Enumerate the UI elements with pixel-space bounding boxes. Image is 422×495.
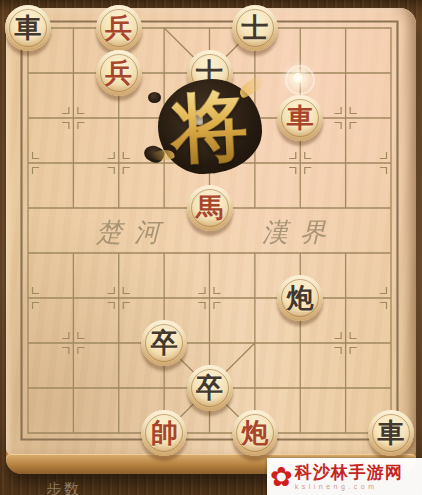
black-general[interactable]: 將: [187, 95, 233, 141]
piece-glyph: 卒: [141, 320, 187, 366]
piece-glyph: 帥: [141, 410, 187, 456]
piece-glyph: 兵: [96, 50, 142, 96]
piece-glyph: 士: [232, 5, 278, 51]
black-soldier[interactable]: 卒: [187, 365, 233, 411]
piece-glyph: 士: [187, 50, 233, 96]
piece-glyph: 車: [5, 5, 51, 51]
red-chariot[interactable]: 車: [277, 95, 323, 141]
watermark: ✿ 科沙林手游网 kslineng.com: [267, 458, 422, 495]
move-counter-label: 步数: [46, 480, 82, 495]
river-label-right: 漢界: [262, 215, 338, 250]
black-soldier[interactable]: 卒: [141, 320, 187, 366]
piece-glyph: 卒: [187, 365, 233, 411]
red-cannon[interactable]: 炮: [232, 410, 278, 456]
red-soldier[interactable]: 兵: [96, 5, 142, 51]
red-soldier[interactable]: 兵: [96, 50, 142, 96]
piece-glyph: 車: [368, 410, 414, 456]
black-chariot[interactable]: 車: [5, 5, 51, 51]
game-screen: 楚河 漢界 車兵士兵士將車馬炮卒卒帥炮車 将 步数 ✿ 科沙林手游网 kslin…: [0, 0, 422, 495]
piece-glyph: 車: [277, 95, 323, 141]
plum-blossom-icon: ✿: [270, 463, 293, 490]
black-advisor[interactable]: 士: [187, 50, 233, 96]
piece-glyph: 炮: [232, 410, 278, 456]
red-general[interactable]: 帥: [141, 410, 187, 456]
piece-glyph: 將: [187, 95, 233, 141]
black-cannon[interactable]: 炮: [277, 275, 323, 321]
watermark-title: 科沙林手游网: [295, 463, 403, 482]
piece-glyph: 馬: [187, 185, 233, 231]
black-chariot[interactable]: 車: [368, 410, 414, 456]
piece-glyph: 炮: [277, 275, 323, 321]
watermark-subtitle: kslineng.com: [295, 482, 378, 491]
piece-glyph: 兵: [96, 5, 142, 51]
black-advisor[interactable]: 士: [232, 5, 278, 51]
red-horse[interactable]: 馬: [187, 185, 233, 231]
river-label-left: 楚河: [96, 215, 172, 250]
